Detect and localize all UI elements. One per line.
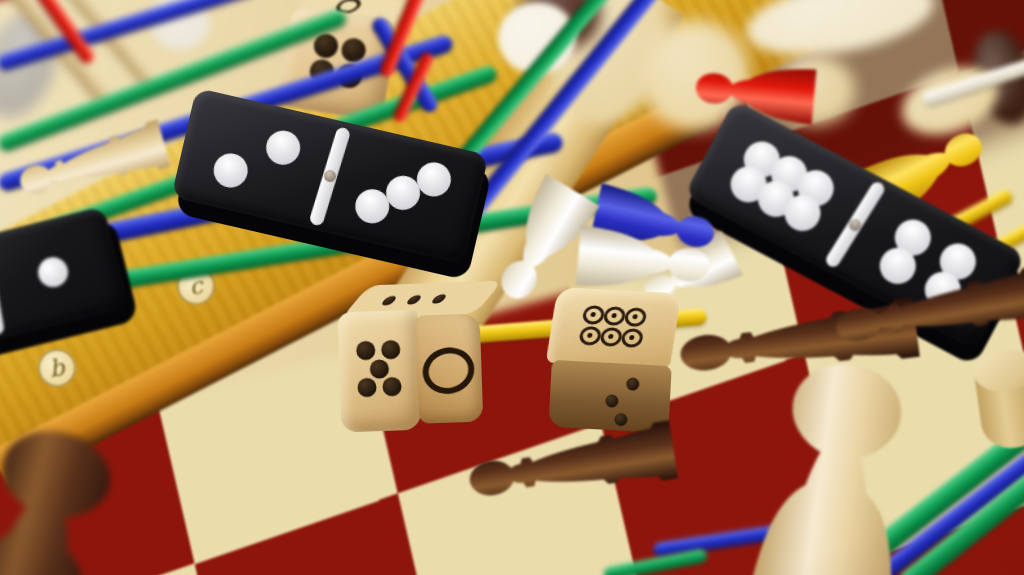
board-letter-char: b: [47, 354, 66, 382]
photo-canvas: cb: [0, 0, 1024, 575]
ludo-pawn-red: [688, 54, 821, 131]
ludo-pawn-white-2: [570, 219, 718, 303]
big-cream-pawn: [736, 347, 938, 575]
wooden-die-five-one: [336, 282, 483, 433]
